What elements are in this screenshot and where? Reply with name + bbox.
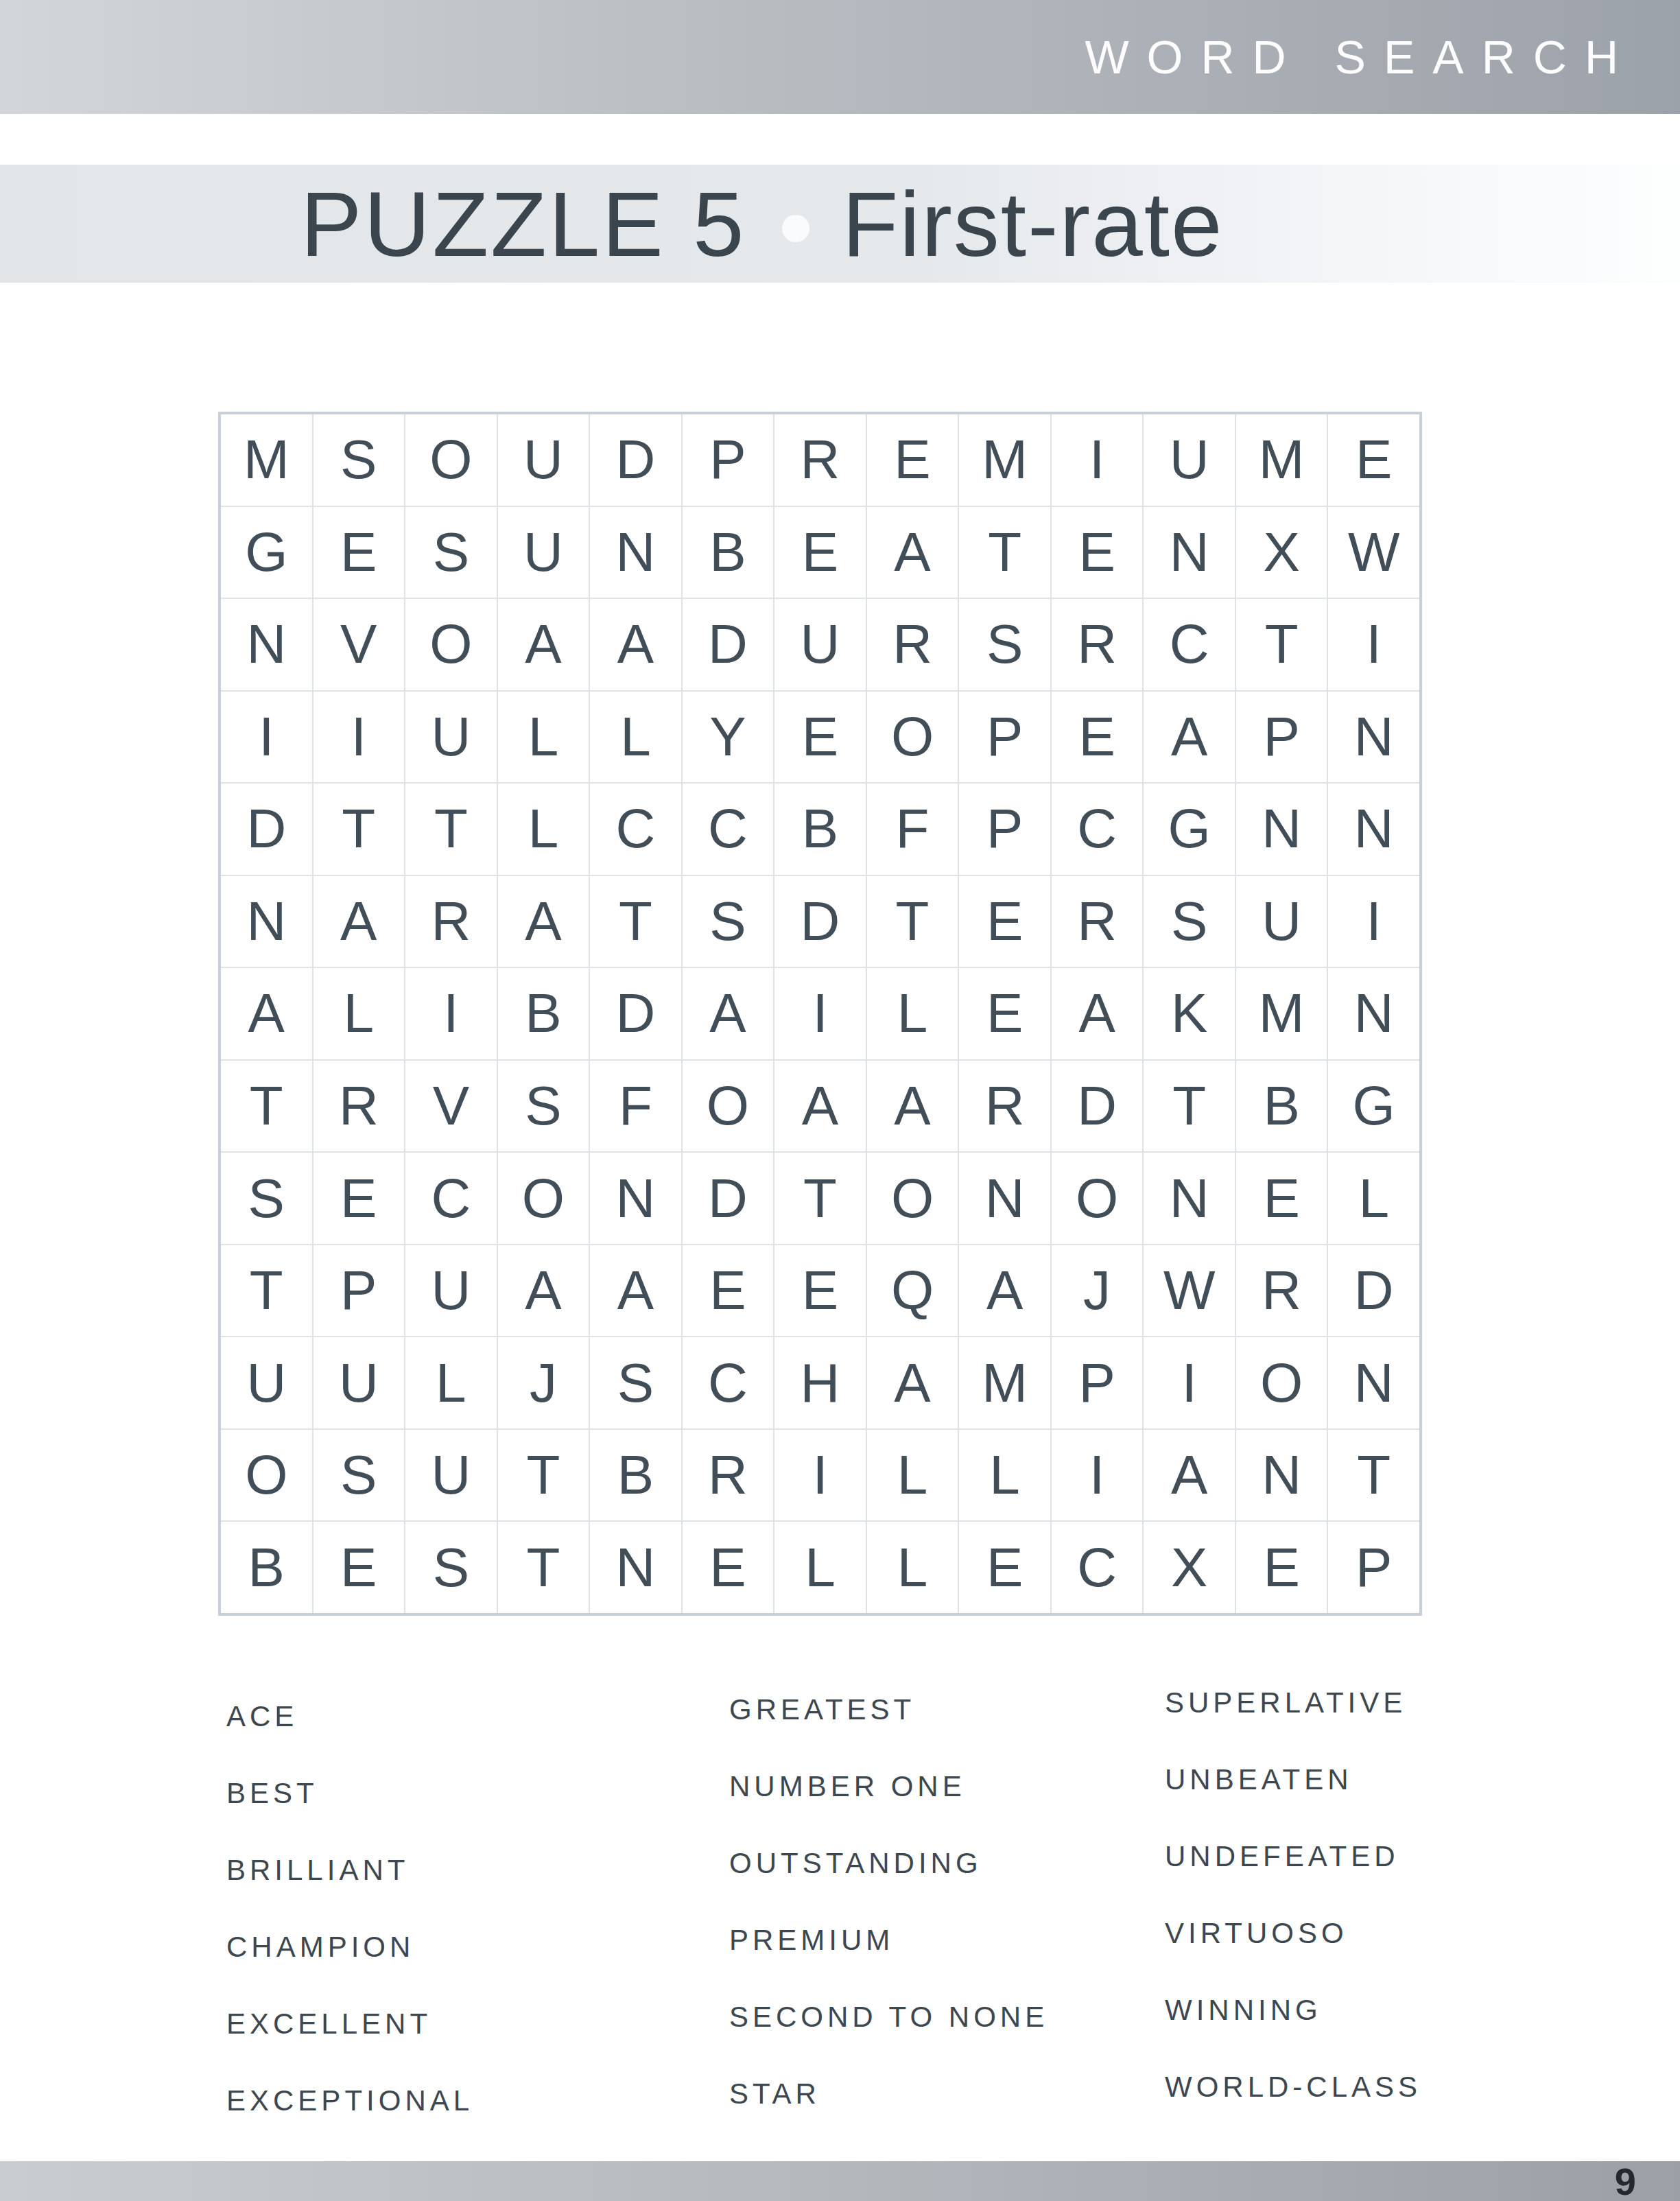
grid-cell-r2c2[interactable]: E: [313, 507, 405, 598]
word-column-2: GREATESTNUMBER ONEOUTSTANDINGPREMIUMSECO…: [729, 1671, 1048, 2132]
grid-cell-r10c8[interactable]: Q: [867, 1245, 958, 1337]
word-item: EXCEPTIONAL: [226, 2062, 473, 2139]
grid-cell-r3c6[interactable]: D: [683, 599, 774, 690]
grid-cell-r12c3[interactable]: U: [405, 1430, 497, 1521]
grid-cell-r6c7[interactable]: D: [774, 876, 866, 967]
grid-cell-r1c5[interactable]: D: [590, 414, 681, 506]
grid-cell-r13c9[interactable]: E: [959, 1522, 1050, 1613]
grid-cell-r5c1[interactable]: D: [221, 784, 312, 875]
word-item: WORLD-CLASS: [1165, 2049, 1421, 2126]
grid-cell-r5c8[interactable]: F: [867, 784, 958, 875]
grid-cell-r9c6[interactable]: D: [683, 1153, 774, 1244]
grid-cell-r13c1[interactable]: B: [221, 1522, 312, 1613]
grid-cell-r2c9[interactable]: T: [959, 507, 1050, 598]
grid-cell-r8c7[interactable]: A: [774, 1061, 866, 1152]
grid-cell-r2c5[interactable]: N: [590, 507, 681, 598]
grid-cell-r8c2[interactable]: R: [313, 1061, 405, 1152]
grid-cell-r10c6[interactable]: E: [683, 1245, 774, 1337]
grid-cell-r11c5[interactable]: S: [590, 1337, 681, 1428]
grid-cell-r2c6[interactable]: B: [683, 507, 774, 598]
grid-cell-r2c7[interactable]: E: [774, 507, 866, 598]
grid-cell-r13c11[interactable]: X: [1144, 1522, 1235, 1613]
grid-cell-r8c12[interactable]: B: [1236, 1061, 1327, 1152]
header-title: WORD SEARCH: [1085, 30, 1680, 84]
word-item: ACE: [226, 1678, 473, 1755]
grid-cell-r13c5[interactable]: N: [590, 1522, 681, 1613]
grid-cell-r13c4[interactable]: T: [498, 1522, 589, 1613]
header-bar: WORD SEARCH: [0, 0, 1680, 114]
grid-cell-r13c8[interactable]: L: [867, 1522, 958, 1613]
grid-cell-r5c12[interactable]: N: [1236, 784, 1327, 875]
word-column-1: ACEBESTBRILLIANTCHAMPIONEXCELLENTEXCEPTI…: [226, 1678, 473, 2139]
grid-cell-r13c3[interactable]: S: [405, 1522, 497, 1613]
grid-cell-r7c6[interactable]: A: [683, 968, 774, 1059]
grid-cell-r1c12[interactable]: M: [1236, 414, 1327, 506]
grid-cell-r10c1[interactable]: T: [221, 1245, 312, 1337]
grid-cell-r8c4[interactable]: S: [498, 1061, 589, 1152]
grid-cell-r9c8[interactable]: O: [867, 1153, 958, 1244]
grid-cell-r7c11[interactable]: K: [1144, 968, 1235, 1059]
grid-cell-r2c12[interactable]: X: [1236, 507, 1327, 598]
grid-cell-r5c3[interactable]: T: [405, 784, 497, 875]
word-item: BEST: [226, 1755, 473, 1832]
grid-cell-r10c13[interactable]: D: [1328, 1245, 1419, 1337]
grid-cell-r6c4[interactable]: A: [498, 876, 589, 967]
grid-cell-r2c8[interactable]: A: [867, 507, 958, 598]
grid-cell-r1c7[interactable]: R: [774, 414, 866, 506]
grid-cell-r8c5[interactable]: F: [590, 1061, 681, 1152]
word-item: VIRTUOSO: [1165, 1895, 1421, 1972]
grid-cell-r12c2[interactable]: S: [313, 1430, 405, 1521]
grid-cell-r8c3[interactable]: V: [405, 1061, 497, 1152]
grid-cell-r9c13[interactable]: L: [1328, 1153, 1419, 1244]
grid-cell-r1c10[interactable]: I: [1052, 414, 1143, 506]
grid-cell-r6c10[interactable]: R: [1052, 876, 1143, 967]
grid-cell-r7c10[interactable]: A: [1052, 968, 1143, 1059]
word-item: SECOND TO NONE: [729, 1979, 1048, 2056]
grid-cell-r13c13[interactable]: P: [1328, 1522, 1419, 1613]
grid-cell-r1c11[interactable]: U: [1144, 414, 1235, 506]
grid-cell-r2c1[interactable]: G: [221, 507, 312, 598]
grid-cell-r4c5[interactable]: L: [590, 692, 681, 783]
grid-cell-r11c13[interactable]: N: [1328, 1337, 1419, 1428]
grid-cell-r8c13[interactable]: G: [1328, 1061, 1419, 1152]
grid-cell-r11c11[interactable]: I: [1144, 1337, 1235, 1428]
grid-cell-r12c7[interactable]: I: [774, 1430, 866, 1521]
grid-cell-r2c3[interactable]: S: [405, 507, 497, 598]
grid-cell-r4c12[interactable]: P: [1236, 692, 1327, 783]
grid-cell-r11c8[interactable]: A: [867, 1337, 958, 1428]
grid-cell-r13c10[interactable]: C: [1052, 1522, 1143, 1613]
grid-cell-r9c12[interactable]: E: [1236, 1153, 1327, 1244]
grid-cell-r3c11[interactable]: C: [1144, 599, 1235, 690]
grid-cell-r6c9[interactable]: E: [959, 876, 1050, 967]
grid-cell-r13c6[interactable]: E: [683, 1522, 774, 1613]
grid-cell-r6c8[interactable]: T: [867, 876, 958, 967]
word-item: GREATEST: [729, 1671, 1048, 1748]
grid-cell-r10c5[interactable]: A: [590, 1245, 681, 1337]
grid-cell-r6c3[interactable]: R: [405, 876, 497, 967]
grid-cell-r5c4[interactable]: L: [498, 784, 589, 875]
grid-cell-r12c6[interactable]: R: [683, 1430, 774, 1521]
grid-cell-r9c11[interactable]: N: [1144, 1153, 1235, 1244]
grid-cell-r7c4[interactable]: B: [498, 968, 589, 1059]
grid-cell-r4c13[interactable]: N: [1328, 692, 1419, 783]
grid-cell-r12c9[interactable]: L: [959, 1430, 1050, 1521]
grid-cell-r7c5[interactable]: D: [590, 968, 681, 1059]
grid-cell-r10c4[interactable]: A: [498, 1245, 589, 1337]
grid-cell-r8c11[interactable]: T: [1144, 1061, 1235, 1152]
grid-cell-r11c1[interactable]: U: [221, 1337, 312, 1428]
footer-bar: 9: [0, 2161, 1680, 2201]
grid-cell-r12c13[interactable]: T: [1328, 1430, 1419, 1521]
grid-cell-r6c12[interactable]: U: [1236, 876, 1327, 967]
grid-cell-r3c2[interactable]: V: [313, 599, 405, 690]
grid-cell-r11c2[interactable]: U: [313, 1337, 405, 1428]
grid-cell-r12c1[interactable]: O: [221, 1430, 312, 1521]
grid-cell-r1c3[interactable]: O: [405, 414, 497, 506]
grid-cell-r7c2[interactable]: L: [313, 968, 405, 1059]
grid-cell-r5c5[interactable]: C: [590, 784, 681, 875]
page-number: 9: [1615, 2159, 1680, 2201]
word-item: EXCELLENT: [226, 1986, 473, 2062]
grid-cell-r9c9[interactable]: N: [959, 1153, 1050, 1244]
word-item: PREMIUM: [729, 1902, 1048, 1979]
grid-cell-r3c1[interactable]: N: [221, 599, 312, 690]
grid-cell-r8c10[interactable]: D: [1052, 1061, 1143, 1152]
grid-cell-r1c1[interactable]: M: [221, 414, 312, 506]
grid-cell-r9c7[interactable]: T: [774, 1153, 866, 1244]
grid-cell-r7c3[interactable]: I: [405, 968, 497, 1059]
grid-cell-r10c7[interactable]: E: [774, 1245, 866, 1337]
word-item: UNBEATEN: [1165, 1741, 1421, 1818]
grid-cell-r4c9[interactable]: P: [959, 692, 1050, 783]
word-item: WINNING: [1165, 1972, 1421, 2049]
grid-cell-r4c6[interactable]: Y: [683, 692, 774, 783]
word-item: CHAMPION: [226, 1909, 473, 1986]
grid-cell-r1c8[interactable]: E: [867, 414, 958, 506]
grid-cell-r1c9[interactable]: M: [959, 414, 1050, 506]
grid-cell-r5c11[interactable]: G: [1144, 784, 1235, 875]
grid-cell-r12c5[interactable]: B: [590, 1430, 681, 1521]
grid-cell-r11c4[interactable]: J: [498, 1337, 589, 1428]
grid-cell-r11c7[interactable]: H: [774, 1337, 866, 1428]
grid-cell-r10c9[interactable]: A: [959, 1245, 1050, 1337]
grid-cell-r3c8[interactable]: R: [867, 599, 958, 690]
grid-cell-r1c4[interactable]: U: [498, 414, 589, 506]
grid-cell-r2c13[interactable]: W: [1328, 507, 1419, 598]
grid-cell-r3c5[interactable]: A: [590, 599, 681, 690]
word-item: STAR: [729, 2056, 1048, 2132]
grid-cell-r12c4[interactable]: T: [498, 1430, 589, 1521]
grid-cell-r9c2[interactable]: E: [313, 1153, 405, 1244]
grid-cell-r4c8[interactable]: O: [867, 692, 958, 783]
grid-cell-r9c10[interactable]: O: [1052, 1153, 1143, 1244]
grid-cell-r7c7[interactable]: I: [774, 968, 866, 1059]
grid-cell-r11c6[interactable]: C: [683, 1337, 774, 1428]
grid-cell-r11c3[interactable]: L: [405, 1337, 497, 1428]
grid-cell-r10c12[interactable]: R: [1236, 1245, 1327, 1337]
grid-cell-r12c11[interactable]: A: [1144, 1430, 1235, 1521]
word-item: NUMBER ONE: [729, 1748, 1048, 1825]
grid-cell-r2c4[interactable]: U: [498, 507, 589, 598]
grid-cell-r4c3[interactable]: U: [405, 692, 497, 783]
grid-cell-r9c1[interactable]: S: [221, 1153, 312, 1244]
grid-cell-r4c7[interactable]: E: [774, 692, 866, 783]
puzzle-number: PUZZLE 5: [300, 172, 746, 276]
grid-cell-r11c10[interactable]: P: [1052, 1337, 1143, 1428]
grid-cell-r5c9[interactable]: P: [959, 784, 1050, 875]
word-item: SUPERLATIVE: [1165, 1664, 1421, 1741]
grid-cell-r5c6[interactable]: C: [683, 784, 774, 875]
puzzle-theme: First-rate: [842, 172, 1224, 276]
grid-cell-r3c13[interactable]: I: [1328, 599, 1419, 690]
grid-cell-r7c8[interactable]: L: [867, 968, 958, 1059]
grid-cell-r10c10[interactable]: J: [1052, 1245, 1143, 1337]
grid-cell-r1c2[interactable]: S: [313, 414, 405, 506]
grid-cell-r5c10[interactable]: C: [1052, 784, 1143, 875]
grid-cell-r8c8[interactable]: A: [867, 1061, 958, 1152]
grid-cell-r5c13[interactable]: N: [1328, 784, 1419, 875]
grid-cell-r2c11[interactable]: N: [1144, 507, 1235, 598]
word-item: UNDEFEATED: [1165, 1818, 1421, 1895]
grid-cell-r6c2[interactable]: A: [313, 876, 405, 967]
grid-cell-r12c10[interactable]: I: [1052, 1430, 1143, 1521]
grid-cell-r7c9[interactable]: E: [959, 968, 1050, 1059]
grid-cell-r13c12[interactable]: E: [1236, 1522, 1327, 1613]
grid-cell-r7c12[interactable]: M: [1236, 968, 1327, 1059]
grid-cell-r10c2[interactable]: P: [313, 1245, 405, 1337]
grid-cell-r6c1[interactable]: N: [221, 876, 312, 967]
grid-cell-r13c2[interactable]: E: [313, 1522, 405, 1613]
word-search-grid: MSOUDPREMIUMEGESUNBEATENXWNVOAADURSRCTII…: [218, 412, 1422, 1616]
grid-cell-r8c9[interactable]: R: [959, 1061, 1050, 1152]
grid-cell-r4c11[interactable]: A: [1144, 692, 1235, 783]
grid-cell-r11c9[interactable]: M: [959, 1337, 1050, 1428]
grid-cell-r10c11[interactable]: W: [1144, 1245, 1235, 1337]
grid-cell-r12c8[interactable]: L: [867, 1430, 958, 1521]
page: WORD SEARCH PUZZLE 5 First-rate MSOUDPRE…: [0, 0, 1680, 2201]
grid-cell-r11c12[interactable]: O: [1236, 1337, 1327, 1428]
grid-cell-r4c10[interactable]: E: [1052, 692, 1143, 783]
grid-cell-r13c7[interactable]: L: [774, 1522, 866, 1613]
title-bullet-icon: [782, 215, 809, 242]
grid-cell-r4c4[interactable]: L: [498, 692, 589, 783]
grid-cell-r5c2[interactable]: T: [313, 784, 405, 875]
grid-cell-r10c3[interactable]: U: [405, 1245, 497, 1337]
grid-cell-r3c7[interactable]: U: [774, 599, 866, 690]
grid-cell-r4c2[interactable]: I: [313, 692, 405, 783]
grid-cell-r9c5[interactable]: N: [590, 1153, 681, 1244]
grid-cell-r1c6[interactable]: P: [683, 414, 774, 506]
grid-cell-r8c6[interactable]: O: [683, 1061, 774, 1152]
grid-cell-r4c1[interactable]: I: [221, 692, 312, 783]
grid-cell-r3c12[interactable]: T: [1236, 599, 1327, 690]
word-item: BRILLIANT: [226, 1832, 473, 1909]
grid-cell-r3c4[interactable]: A: [498, 599, 589, 690]
grid-cell-r1c13[interactable]: E: [1328, 414, 1419, 506]
grid-cell-r8c1[interactable]: T: [221, 1061, 312, 1152]
grid-cell-r6c13[interactable]: I: [1328, 876, 1419, 967]
grid-cell-r3c3[interactable]: O: [405, 599, 497, 690]
grid-cell-r6c11[interactable]: S: [1144, 876, 1235, 967]
grid-cell-r2c10[interactable]: E: [1052, 507, 1143, 598]
title-band: PUZZLE 5 First-rate: [0, 165, 1680, 283]
grid-cell-r7c1[interactable]: A: [221, 968, 312, 1059]
grid-cell-r12c12[interactable]: N: [1236, 1430, 1327, 1521]
grid-cell-r5c7[interactable]: B: [774, 784, 866, 875]
grid-cell-r6c5[interactable]: T: [590, 876, 681, 967]
grid-cell-r9c3[interactable]: C: [405, 1153, 497, 1244]
grid-cell-r3c10[interactable]: R: [1052, 599, 1143, 690]
grid-cell-r9c4[interactable]: O: [498, 1153, 589, 1244]
grid-cell-r6c6[interactable]: S: [683, 876, 774, 967]
grid-cell-r3c9[interactable]: S: [959, 599, 1050, 690]
grid-cell-r7c13[interactable]: N: [1328, 968, 1419, 1059]
word-item: OUTSTANDING: [729, 1825, 1048, 1902]
word-column-3: SUPERLATIVEUNBEATENUNDEFEATEDVIRTUOSOWIN…: [1165, 1664, 1421, 2126]
